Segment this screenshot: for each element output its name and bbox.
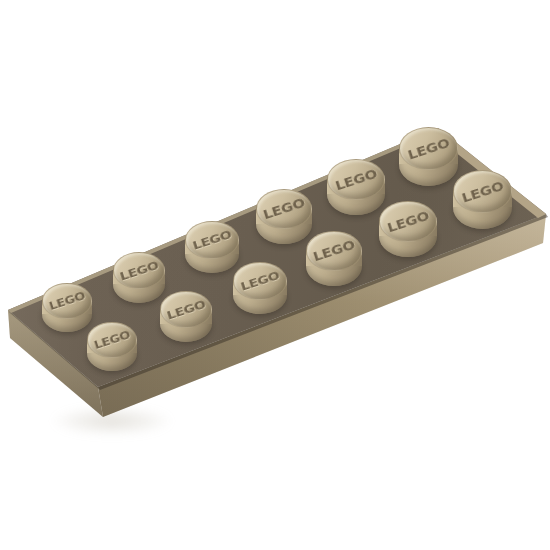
stud-r1c5: LEGO xyxy=(453,170,512,229)
stud-r1c1: LEGO xyxy=(160,291,212,342)
stud-r0c4: LEGO xyxy=(327,159,385,215)
stud-r0c5: LEGO xyxy=(399,127,458,186)
stud-r0c1: LEGO xyxy=(113,252,165,303)
stud-r1c2: LEGO xyxy=(233,262,287,314)
stud-grid: LEGOLEGOLEGOLEGOLEGOLEGOLEGOLEGOLEGOLEGO… xyxy=(0,0,550,550)
stud-r1c0: LEGO xyxy=(87,322,137,371)
stud-r0c2: LEGO xyxy=(185,221,239,273)
stud-r1c3: LEGO xyxy=(306,231,362,286)
lego-plate-2x6: LEGOLEGOLEGOLEGOLEGOLEGOLEGOLEGOLEGOLEGO… xyxy=(0,0,550,550)
product-photo-stage: LEGOLEGOLEGOLEGOLEGOLEGOLEGOLEGOLEGOLEGO… xyxy=(0,0,550,550)
stud-r0c3: LEGO xyxy=(256,189,312,244)
stud-r0c0: LEGO xyxy=(42,283,92,332)
stud-r1c4: LEGO xyxy=(379,201,437,257)
